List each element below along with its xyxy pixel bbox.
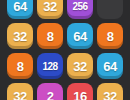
tile-32[interactable]: 32 xyxy=(7,83,33,100)
tile-32[interactable]: 32 xyxy=(7,23,33,49)
tile-256[interactable]: 256 xyxy=(67,0,93,19)
tile-8[interactable]: 8 xyxy=(7,53,33,79)
tile-64[interactable]: 64 xyxy=(97,53,123,79)
tile-8[interactable]: 8 xyxy=(97,23,123,49)
tile-64[interactable]: 64 xyxy=(7,0,33,19)
tile-grid: 6432256328648812832643221632 xyxy=(7,0,123,100)
tile-8[interactable]: 8 xyxy=(37,23,63,49)
tile-64[interactable]: 64 xyxy=(67,23,93,49)
tile-32[interactable]: 32 xyxy=(37,0,63,19)
tile-128[interactable]: 128 xyxy=(37,53,63,79)
tile-32[interactable]: 32 xyxy=(97,83,123,100)
tile-16[interactable]: 16 xyxy=(67,83,93,100)
empty-cell xyxy=(97,0,123,19)
tile-2[interactable]: 2 xyxy=(37,83,63,100)
game-screen: 6432256328648812832643221632 xyxy=(0,0,130,100)
tile-32[interactable]: 32 xyxy=(67,53,93,79)
